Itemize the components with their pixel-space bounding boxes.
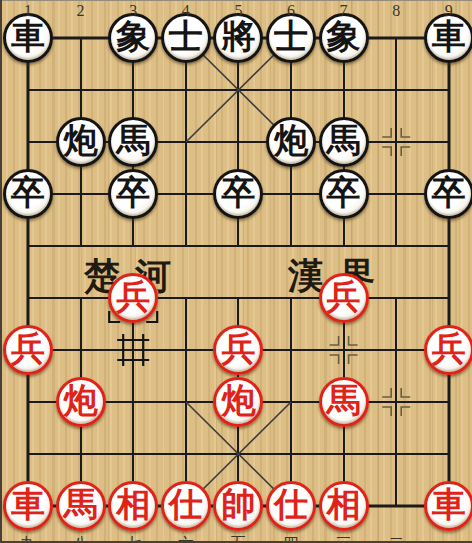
piece-glyph: 象	[116, 20, 150, 54]
piece-glyph: 炮	[221, 384, 255, 418]
file-label-top-2: 2	[70, 2, 92, 20]
piece-red-soldier[interactable]: 兵	[213, 325, 263, 375]
piece-glyph: 相	[327, 488, 361, 522]
piece-glyph: 帥	[221, 488, 255, 522]
piece-black-chariot[interactable]: 車	[424, 13, 472, 63]
piece-black-soldier[interactable]: 卒	[213, 169, 263, 219]
piece-black-horse[interactable]: 馬	[108, 117, 158, 167]
piece-glyph: 兵	[11, 332, 45, 366]
file-label-top-8: 8	[385, 2, 407, 20]
piece-layer: 車象士將士象車炮馬炮馬卒卒卒卒卒兵兵兵兵兵炮炮馬車馬相仕帥仕相車	[0, 0, 472, 543]
piece-glyph: 馬	[64, 488, 98, 522]
piece-glyph: 士	[274, 20, 308, 54]
piece-glyph: 炮	[274, 124, 308, 158]
piece-red-advisor[interactable]: 仕	[161, 481, 211, 531]
piece-glyph: 炮	[64, 124, 98, 158]
piece-red-horse[interactable]: 馬	[319, 377, 369, 427]
piece-glyph: 車	[432, 488, 466, 522]
piece-glyph: 卒	[11, 176, 45, 210]
piece-black-soldier[interactable]: 卒	[424, 169, 472, 219]
piece-glyph: 炮	[64, 384, 98, 418]
file-label-top-5: 5	[227, 2, 249, 20]
piece-red-chariot[interactable]: 車	[424, 481, 472, 531]
piece-glyph: 馬	[327, 384, 361, 418]
piece-black-soldier[interactable]: 卒	[108, 169, 158, 219]
piece-black-elephant[interactable]: 象	[108, 13, 158, 63]
piece-black-chariot[interactable]: 車	[3, 13, 53, 63]
piece-glyph: 兵	[221, 332, 255, 366]
piece-glyph: 士	[169, 20, 203, 54]
piece-glyph: 仕	[169, 488, 203, 522]
file-label-top-3: 3	[122, 2, 144, 20]
piece-red-soldier[interactable]: 兵	[319, 273, 369, 323]
piece-glyph: 馬	[327, 124, 361, 158]
piece-glyph: 車	[432, 20, 466, 54]
piece-black-horse[interactable]: 馬	[319, 117, 369, 167]
piece-black-cannon[interactable]: 炮	[56, 117, 106, 167]
board-edge-left	[0, 0, 2, 543]
piece-red-soldier[interactable]: 兵	[424, 325, 472, 375]
piece-black-soldier[interactable]: 卒	[319, 169, 369, 219]
piece-glyph: 兵	[116, 280, 150, 314]
piece-red-advisor[interactable]: 仕	[266, 481, 316, 531]
piece-red-cannon[interactable]: 炮	[56, 377, 106, 427]
board-edge-top	[0, 0, 472, 1]
file-label-top-1: 1	[17, 2, 39, 20]
piece-glyph: 卒	[221, 176, 255, 210]
piece-black-advisor[interactable]: 士	[266, 13, 316, 63]
piece-glyph: 仕	[274, 488, 308, 522]
file-label-top-7: 7	[333, 2, 355, 20]
piece-glyph: 馬	[116, 124, 150, 158]
piece-red-soldier[interactable]: 兵	[3, 325, 53, 375]
xiangqi-board[interactable]: 楚河 漢界 車象士將士象車炮馬炮馬卒卒卒卒卒兵兵兵兵兵炮炮馬車馬相仕帥仕相車 1…	[0, 0, 472, 543]
piece-red-horse[interactable]: 馬	[56, 481, 106, 531]
piece-glyph: 相	[116, 488, 150, 522]
file-label-top-4: 4	[175, 2, 197, 20]
piece-red-chariot[interactable]: 車	[3, 481, 53, 531]
piece-red-elephant[interactable]: 相	[108, 481, 158, 531]
piece-glyph: 象	[327, 20, 361, 54]
file-label-top-9: 9	[438, 2, 460, 20]
piece-black-elephant[interactable]: 象	[319, 13, 369, 63]
piece-black-general[interactable]: 將	[213, 13, 263, 63]
piece-red-general[interactable]: 帥	[213, 481, 263, 531]
piece-glyph: 卒	[432, 176, 466, 210]
piece-glyph: 兵	[327, 280, 361, 314]
piece-glyph: 卒	[116, 176, 150, 210]
piece-glyph: 兵	[432, 332, 466, 366]
piece-black-soldier[interactable]: 卒	[3, 169, 53, 219]
piece-red-elephant[interactable]: 相	[319, 481, 369, 531]
piece-red-cannon[interactable]: 炮	[213, 377, 263, 427]
piece-red-soldier[interactable]: 兵	[108, 273, 158, 323]
piece-glyph: 將	[221, 20, 255, 54]
file-label-top-6: 6	[280, 2, 302, 20]
piece-black-advisor[interactable]: 士	[161, 13, 211, 63]
piece-black-cannon[interactable]: 炮	[266, 117, 316, 167]
piece-glyph: 車	[11, 20, 45, 54]
piece-glyph: 卒	[327, 176, 361, 210]
piece-glyph: 車	[11, 488, 45, 522]
